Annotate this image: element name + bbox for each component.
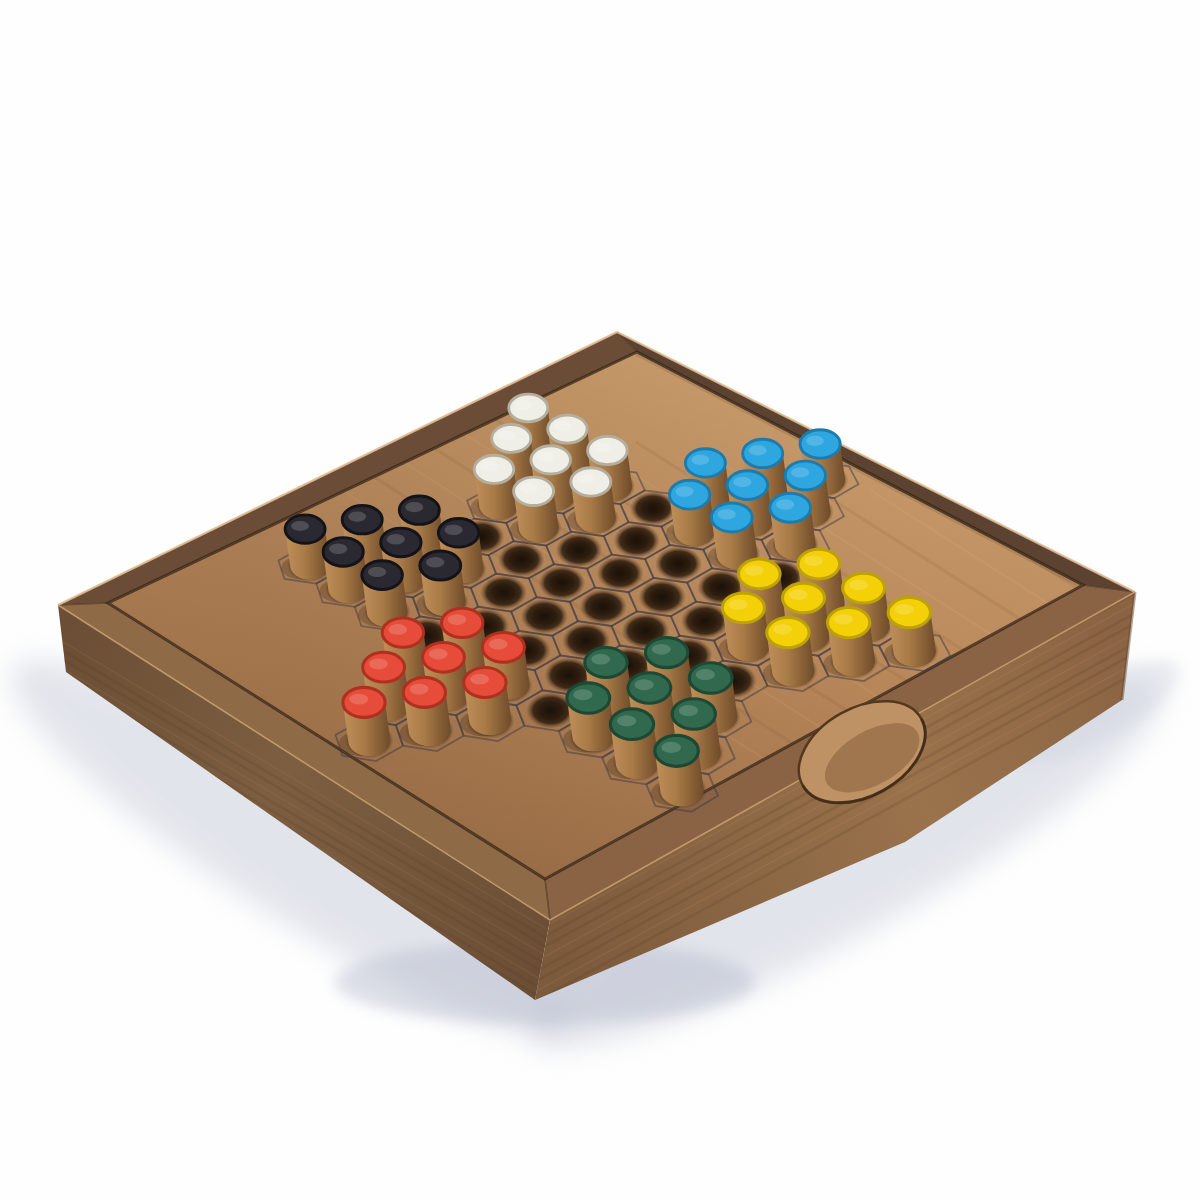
peg-green-r11-c0[interactable]	[567, 683, 615, 752]
hole-r5-c5[interactable]	[613, 523, 660, 558]
peg-red-r10-c2[interactable]	[464, 668, 512, 736]
peg-green-r13-c0[interactable]	[655, 735, 704, 806]
hole-r7-c3[interactable]	[579, 589, 627, 624]
hole-r6-c5[interactable]	[655, 546, 702, 581]
peg-blue-r5-c6[interactable]	[669, 480, 714, 546]
hole-r6-c3[interactable]	[538, 566, 585, 601]
peg-white-r4-c4[interactable]	[514, 477, 559, 542]
peg-red-r10-c1[interactable]	[403, 677, 451, 746]
hole-r5-c3[interactable]	[498, 542, 545, 577]
hole-r6-c4[interactable]	[597, 556, 644, 591]
hole-r7-c2[interactable]	[521, 599, 569, 634]
peg-green-r12-c0[interactable]	[610, 709, 659, 779]
peg-yellow-r10-c8[interactable]	[827, 608, 875, 677]
peg-yellow-r9-c6[interactable]	[722, 593, 769, 662]
peg-white-r3-c0[interactable]	[474, 455, 519, 520]
peg-black-r6-c1[interactable]	[420, 551, 466, 616]
hole-r6-c2[interactable]	[480, 575, 527, 610]
peg-yellow-r10-c9[interactable]	[888, 598, 936, 667]
hole-r5-c4[interactable]	[556, 533, 603, 568]
peg-white-r4-c5[interactable]	[571, 468, 616, 533]
product-photo-stage	[0, 0, 1200, 1200]
hole-r7-c4[interactable]	[638, 579, 686, 614]
peg-red-r10-c0[interactable]	[343, 687, 390, 756]
chinese-checkers-board-scene	[0, 0, 1200, 1200]
peg-yellow-r10-c7[interactable]	[767, 618, 815, 687]
